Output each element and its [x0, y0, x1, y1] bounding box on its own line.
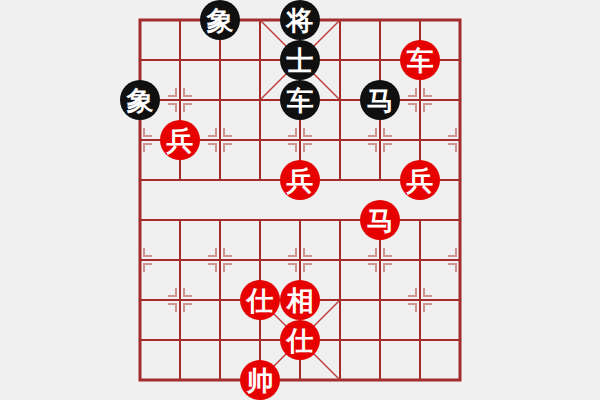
black-general[interactable]: 将 — [280, 0, 320, 40]
red-advisor[interactable]: 仕 — [240, 280, 280, 320]
red-soldier[interactable]: 兵 — [400, 160, 440, 200]
black-elephant[interactable]: 象 — [120, 80, 160, 120]
red-soldier[interactable]: 兵 — [160, 120, 200, 160]
black-advisor[interactable]: 士 — [280, 40, 320, 80]
red-soldier[interactable]: 兵 — [280, 160, 320, 200]
red-horse[interactable]: 马 — [360, 200, 400, 240]
black-chariot[interactable]: 车 — [280, 80, 320, 120]
board-intersections: 象将士车象车马兵兵兵马仕相仕帅 — [120, 0, 480, 400]
red-chariot[interactable]: 车 — [400, 40, 440, 80]
xiangqi-app: 象将士车象车马兵兵兵马仕相仕帅 — [0, 0, 600, 400]
red-general[interactable]: 帅 — [240, 360, 280, 400]
xiangqi-board: 象将士车象车马兵兵兵马仕相仕帅 — [120, 0, 480, 400]
black-elephant[interactable]: 象 — [200, 0, 240, 40]
red-advisor[interactable]: 仕 — [280, 320, 320, 360]
red-elephant[interactable]: 相 — [280, 280, 320, 320]
black-horse[interactable]: 马 — [360, 80, 400, 120]
